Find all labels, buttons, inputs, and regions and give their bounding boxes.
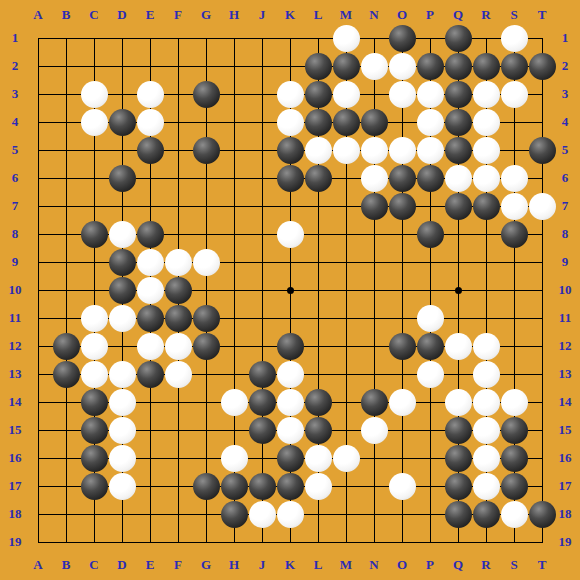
row-label-left-16: 16 bbox=[2, 450, 28, 466]
stone-white-R6 bbox=[473, 165, 500, 192]
stone-black-D6 bbox=[109, 165, 136, 192]
stone-white-N15 bbox=[361, 417, 388, 444]
row-label-right-15: 15 bbox=[552, 422, 578, 438]
stone-black-Q16 bbox=[445, 445, 472, 472]
col-label-top-H: H bbox=[221, 7, 247, 23]
stone-black-K12 bbox=[277, 333, 304, 360]
stone-black-Q1 bbox=[445, 25, 472, 52]
stone-black-S2 bbox=[501, 53, 528, 80]
stone-white-E10 bbox=[137, 277, 164, 304]
row-label-left-15: 15 bbox=[2, 422, 28, 438]
col-label-top-P: P bbox=[417, 7, 443, 23]
col-label-bottom-K: K bbox=[277, 557, 303, 573]
stone-black-Q3 bbox=[445, 81, 472, 108]
stone-white-R15 bbox=[473, 417, 500, 444]
stone-white-M5 bbox=[333, 137, 360, 164]
stone-white-M16 bbox=[333, 445, 360, 472]
stone-white-D8 bbox=[109, 221, 136, 248]
stone-white-Q14 bbox=[445, 389, 472, 416]
row-label-right-12: 12 bbox=[552, 338, 578, 354]
stone-white-O2 bbox=[389, 53, 416, 80]
stone-black-O7 bbox=[389, 193, 416, 220]
col-label-bottom-O: O bbox=[389, 557, 415, 573]
stone-black-C14 bbox=[81, 389, 108, 416]
col-label-bottom-M: M bbox=[333, 557, 359, 573]
col-label-top-C: C bbox=[81, 7, 107, 23]
col-label-top-R: R bbox=[473, 7, 499, 23]
col-label-bottom-S: S bbox=[501, 557, 527, 573]
stone-white-E12 bbox=[137, 333, 164, 360]
stone-white-H16 bbox=[221, 445, 248, 472]
row-label-left-4: 4 bbox=[2, 114, 28, 130]
stone-white-K13 bbox=[277, 361, 304, 388]
stone-black-C8 bbox=[81, 221, 108, 248]
stone-white-E9 bbox=[137, 249, 164, 276]
row-label-right-6: 6 bbox=[552, 170, 578, 186]
stone-white-D15 bbox=[109, 417, 136, 444]
stone-black-E13 bbox=[137, 361, 164, 388]
stone-black-B12 bbox=[53, 333, 80, 360]
stone-black-F10 bbox=[165, 277, 192, 304]
stone-white-F12 bbox=[165, 333, 192, 360]
stone-white-C4 bbox=[81, 109, 108, 136]
stone-black-S16 bbox=[501, 445, 528, 472]
stone-black-Q15 bbox=[445, 417, 472, 444]
stone-white-O17 bbox=[389, 473, 416, 500]
stone-white-R4 bbox=[473, 109, 500, 136]
stone-white-K3 bbox=[277, 81, 304, 108]
row-label-left-13: 13 bbox=[2, 366, 28, 382]
stone-white-E3 bbox=[137, 81, 164, 108]
row-label-left-14: 14 bbox=[2, 394, 28, 410]
col-label-bottom-H: H bbox=[221, 557, 247, 573]
stone-white-Q6 bbox=[445, 165, 472, 192]
stone-black-L15 bbox=[305, 417, 332, 444]
stone-black-Q2 bbox=[445, 53, 472, 80]
col-label-top-T: T bbox=[529, 7, 555, 23]
row-label-left-5: 5 bbox=[2, 142, 28, 158]
col-label-bottom-J: J bbox=[249, 557, 275, 573]
col-label-top-D: D bbox=[109, 7, 135, 23]
stone-black-G11 bbox=[193, 305, 220, 332]
stone-white-K18 bbox=[277, 501, 304, 528]
stone-black-S8 bbox=[501, 221, 528, 248]
stone-black-D4 bbox=[109, 109, 136, 136]
stone-white-P13 bbox=[417, 361, 444, 388]
stone-black-J14 bbox=[249, 389, 276, 416]
row-label-right-2: 2 bbox=[552, 58, 578, 74]
stone-black-S15 bbox=[501, 417, 528, 444]
star-point-Q10 bbox=[455, 287, 462, 294]
row-label-right-9: 9 bbox=[552, 254, 578, 270]
col-label-bottom-P: P bbox=[417, 557, 443, 573]
stone-black-N4 bbox=[361, 109, 388, 136]
stone-black-H18 bbox=[221, 501, 248, 528]
row-label-left-17: 17 bbox=[2, 478, 28, 494]
stone-white-D14 bbox=[109, 389, 136, 416]
col-label-bottom-T: T bbox=[529, 557, 555, 573]
stone-black-Q17 bbox=[445, 473, 472, 500]
stone-white-N2 bbox=[361, 53, 388, 80]
stone-white-C13 bbox=[81, 361, 108, 388]
stone-black-G12 bbox=[193, 333, 220, 360]
stone-black-L4 bbox=[305, 109, 332, 136]
col-label-top-J: J bbox=[249, 7, 275, 23]
stone-white-T7 bbox=[529, 193, 556, 220]
stone-white-M3 bbox=[333, 81, 360, 108]
row-label-left-10: 10 bbox=[2, 282, 28, 298]
stone-black-R2 bbox=[473, 53, 500, 80]
col-label-bottom-F: F bbox=[165, 557, 191, 573]
stone-white-D16 bbox=[109, 445, 136, 472]
row-label-left-2: 2 bbox=[2, 58, 28, 74]
col-label-top-N: N bbox=[361, 7, 387, 23]
col-label-top-K: K bbox=[277, 7, 303, 23]
stone-black-P6 bbox=[417, 165, 444, 192]
stone-white-K8 bbox=[277, 221, 304, 248]
col-label-bottom-R: R bbox=[473, 557, 499, 573]
stone-white-Q12 bbox=[445, 333, 472, 360]
stone-black-P2 bbox=[417, 53, 444, 80]
row-label-left-9: 9 bbox=[2, 254, 28, 270]
row-label-right-3: 3 bbox=[552, 86, 578, 102]
col-label-top-M: M bbox=[333, 7, 359, 23]
stone-black-G5 bbox=[193, 137, 220, 164]
row-label-left-19: 19 bbox=[2, 534, 28, 550]
stone-black-M2 bbox=[333, 53, 360, 80]
stone-black-H17 bbox=[221, 473, 248, 500]
stone-white-L16 bbox=[305, 445, 332, 472]
stone-black-L2 bbox=[305, 53, 332, 80]
stone-black-L3 bbox=[305, 81, 332, 108]
col-label-top-Q: Q bbox=[445, 7, 471, 23]
col-label-top-S: S bbox=[501, 7, 527, 23]
col-label-bottom-Q: Q bbox=[445, 557, 471, 573]
col-label-top-G: G bbox=[193, 7, 219, 23]
row-label-right-18: 18 bbox=[552, 506, 578, 522]
stone-black-O6 bbox=[389, 165, 416, 192]
stone-black-T18 bbox=[529, 501, 556, 528]
stone-white-R16 bbox=[473, 445, 500, 472]
stone-white-P3 bbox=[417, 81, 444, 108]
stone-black-N7 bbox=[361, 193, 388, 220]
col-label-top-A: A bbox=[25, 7, 51, 23]
stone-white-S1 bbox=[501, 25, 528, 52]
stone-white-F9 bbox=[165, 249, 192, 276]
row-label-right-14: 14 bbox=[552, 394, 578, 410]
stone-black-O1 bbox=[389, 25, 416, 52]
stone-black-J17 bbox=[249, 473, 276, 500]
col-label-top-E: E bbox=[137, 7, 163, 23]
stone-black-B13 bbox=[53, 361, 80, 388]
row-label-left-6: 6 bbox=[2, 170, 28, 186]
col-label-bottom-C: C bbox=[81, 557, 107, 573]
stone-black-J13 bbox=[249, 361, 276, 388]
star-point-K10 bbox=[287, 287, 294, 294]
row-label-left-11: 11 bbox=[2, 310, 28, 326]
stone-white-S14 bbox=[501, 389, 528, 416]
stone-black-G3 bbox=[193, 81, 220, 108]
stone-white-C11 bbox=[81, 305, 108, 332]
col-label-bottom-E: E bbox=[137, 557, 163, 573]
col-label-bottom-D: D bbox=[109, 557, 135, 573]
stone-black-Q4 bbox=[445, 109, 472, 136]
stone-white-C3 bbox=[81, 81, 108, 108]
stone-black-E11 bbox=[137, 305, 164, 332]
stone-black-K17 bbox=[277, 473, 304, 500]
col-label-bottom-A: A bbox=[25, 557, 51, 573]
grid-vline bbox=[542, 38, 543, 543]
stone-white-N5 bbox=[361, 137, 388, 164]
stone-black-F11 bbox=[165, 305, 192, 332]
stone-white-S3 bbox=[501, 81, 528, 108]
col-label-bottom-N: N bbox=[361, 557, 387, 573]
row-label-right-4: 4 bbox=[552, 114, 578, 130]
row-label-left-12: 12 bbox=[2, 338, 28, 354]
stone-white-D11 bbox=[109, 305, 136, 332]
grid-hline bbox=[38, 542, 543, 543]
stone-black-E8 bbox=[137, 221, 164, 248]
stone-black-R18 bbox=[473, 501, 500, 528]
row-label-left-7: 7 bbox=[2, 198, 28, 214]
stone-black-T5 bbox=[529, 137, 556, 164]
row-label-right-13: 13 bbox=[552, 366, 578, 382]
col-label-bottom-G: G bbox=[193, 557, 219, 573]
stone-black-D9 bbox=[109, 249, 136, 276]
stone-black-P12 bbox=[417, 333, 444, 360]
col-label-top-O: O bbox=[389, 7, 415, 23]
stone-white-D17 bbox=[109, 473, 136, 500]
stone-white-O3 bbox=[389, 81, 416, 108]
stone-black-C16 bbox=[81, 445, 108, 472]
row-label-right-7: 7 bbox=[552, 198, 578, 214]
col-label-bottom-L: L bbox=[305, 557, 331, 573]
stone-black-P8 bbox=[417, 221, 444, 248]
row-label-left-1: 1 bbox=[2, 30, 28, 46]
stone-white-C12 bbox=[81, 333, 108, 360]
stone-white-R5 bbox=[473, 137, 500, 164]
stone-black-K16 bbox=[277, 445, 304, 472]
stone-black-C15 bbox=[81, 417, 108, 444]
row-label-left-8: 8 bbox=[2, 226, 28, 242]
stone-black-E5 bbox=[137, 137, 164, 164]
stone-black-G17 bbox=[193, 473, 220, 500]
stone-black-T2 bbox=[529, 53, 556, 80]
stone-white-R3 bbox=[473, 81, 500, 108]
stone-black-R7 bbox=[473, 193, 500, 220]
stone-white-K14 bbox=[277, 389, 304, 416]
stone-white-K4 bbox=[277, 109, 304, 136]
row-label-right-8: 8 bbox=[552, 226, 578, 242]
stone-black-Q18 bbox=[445, 501, 472, 528]
stone-white-F13 bbox=[165, 361, 192, 388]
go-board-app: AABBCCDDEEFFGGHHJJKKLLMMNNOOPPQQRRSSTT11… bbox=[0, 0, 580, 580]
row-label-right-16: 16 bbox=[552, 450, 578, 466]
stone-white-E4 bbox=[137, 109, 164, 136]
stone-white-D13 bbox=[109, 361, 136, 388]
col-label-bottom-B: B bbox=[53, 557, 79, 573]
stone-black-S17 bbox=[501, 473, 528, 500]
stone-white-L5 bbox=[305, 137, 332, 164]
stone-black-Q7 bbox=[445, 193, 472, 220]
row-label-right-5: 5 bbox=[552, 142, 578, 158]
stone-white-G9 bbox=[193, 249, 220, 276]
row-label-right-17: 17 bbox=[552, 478, 578, 494]
stone-white-J18 bbox=[249, 501, 276, 528]
row-label-left-18: 18 bbox=[2, 506, 28, 522]
stone-black-L14 bbox=[305, 389, 332, 416]
stone-black-N14 bbox=[361, 389, 388, 416]
stone-white-R14 bbox=[473, 389, 500, 416]
col-label-top-F: F bbox=[165, 7, 191, 23]
col-label-top-B: B bbox=[53, 7, 79, 23]
stone-black-O12 bbox=[389, 333, 416, 360]
stone-black-L6 bbox=[305, 165, 332, 192]
stone-white-P4 bbox=[417, 109, 444, 136]
stone-white-R12 bbox=[473, 333, 500, 360]
stone-white-O14 bbox=[389, 389, 416, 416]
stone-black-K6 bbox=[277, 165, 304, 192]
stone-black-J15 bbox=[249, 417, 276, 444]
stone-white-O5 bbox=[389, 137, 416, 164]
grid-vline bbox=[402, 38, 403, 543]
stone-white-P5 bbox=[417, 137, 444, 164]
stone-white-R17 bbox=[473, 473, 500, 500]
stone-black-D10 bbox=[109, 277, 136, 304]
stone-white-S6 bbox=[501, 165, 528, 192]
stone-black-K5 bbox=[277, 137, 304, 164]
row-label-left-3: 3 bbox=[2, 86, 28, 102]
stone-white-H14 bbox=[221, 389, 248, 416]
stone-white-R13 bbox=[473, 361, 500, 388]
stone-black-M4 bbox=[333, 109, 360, 136]
stone-white-S18 bbox=[501, 501, 528, 528]
stone-white-M1 bbox=[333, 25, 360, 52]
row-label-right-10: 10 bbox=[552, 282, 578, 298]
stone-white-L17 bbox=[305, 473, 332, 500]
stone-white-S7 bbox=[501, 193, 528, 220]
stone-white-K15 bbox=[277, 417, 304, 444]
row-label-right-11: 11 bbox=[552, 310, 578, 326]
row-label-right-1: 1 bbox=[552, 30, 578, 46]
row-label-right-19: 19 bbox=[552, 534, 578, 550]
col-label-top-L: L bbox=[305, 7, 331, 23]
stone-black-C17 bbox=[81, 473, 108, 500]
stone-white-N6 bbox=[361, 165, 388, 192]
stone-white-P11 bbox=[417, 305, 444, 332]
stone-black-Q5 bbox=[445, 137, 472, 164]
